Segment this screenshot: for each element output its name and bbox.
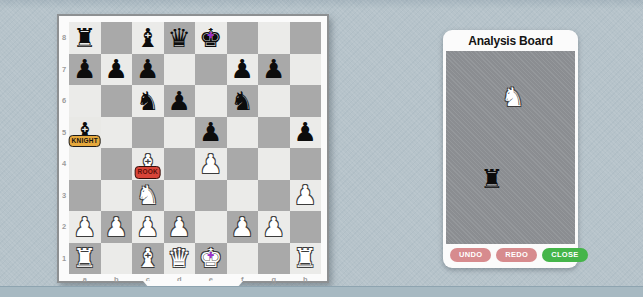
- white-pawn-h3[interactable]: ♟: [294, 182, 317, 208]
- close-button[interactable]: CLOSE: [542, 248, 587, 262]
- square-g4[interactable]: [258, 148, 290, 180]
- square-b3[interactable]: [101, 180, 133, 212]
- rank-label-8: 8: [59, 22, 69, 54]
- analysis-panel-title: Analysis Board: [443, 30, 578, 51]
- piece-badge-knight: KNIGHT: [68, 135, 101, 148]
- square-f4[interactable]: [227, 148, 259, 180]
- black-pawn-d6[interactable]: ♟: [168, 88, 191, 114]
- square-g5[interactable]: [258, 117, 290, 149]
- square-c5[interactable]: [132, 117, 164, 149]
- square-e2[interactable]: [195, 211, 227, 243]
- black-pawn-e5[interactable]: ♟: [199, 119, 222, 145]
- analysis-board-area[interactable]: ♞♜: [446, 51, 575, 244]
- square-f7[interactable]: ♟: [227, 54, 259, 86]
- black-pawn-f7[interactable]: ♟: [231, 56, 254, 82]
- square-e3[interactable]: [195, 180, 227, 212]
- white-pawn-e4[interactable]: ♟: [199, 151, 222, 177]
- black-king-e8[interactable]: ♚: [199, 25, 222, 51]
- square-b5[interactable]: [101, 117, 133, 149]
- square-d7[interactable]: [164, 54, 196, 86]
- black-bishop-c8[interactable]: ♝: [136, 25, 159, 51]
- white-rook-h1[interactable]: ♜: [294, 245, 317, 271]
- square-e7[interactable]: [195, 54, 227, 86]
- square-g7[interactable]: ♟: [258, 54, 290, 86]
- square-a1[interactable]: ♜: [69, 243, 101, 275]
- square-a2[interactable]: ♟: [69, 211, 101, 243]
- square-d6[interactable]: ♟: [164, 85, 196, 117]
- piece-badge-rook: ROOK: [134, 166, 161, 179]
- square-a3[interactable]: [69, 180, 101, 212]
- file-label-b: b: [101, 274, 133, 284]
- square-c3[interactable]: ♞: [132, 180, 164, 212]
- white-king-e1[interactable]: ♚: [199, 245, 222, 271]
- square-f1[interactable]: [227, 243, 259, 275]
- white-pawn-d2[interactable]: ♟: [168, 214, 191, 240]
- square-b4[interactable]: [101, 148, 133, 180]
- square-c4[interactable]: ♝ROOK: [132, 148, 164, 180]
- black-rook-analysis[interactable]: ♜: [480, 166, 503, 192]
- black-queen-d8[interactable]: ♛: [168, 25, 191, 51]
- square-b1[interactable]: [101, 243, 133, 275]
- square-h8[interactable]: [290, 22, 322, 54]
- square-h5[interactable]: ♟: [290, 117, 322, 149]
- analysis-panel-footer: UNDO REDO CLOSE: [443, 244, 578, 265]
- white-queen-d1[interactable]: ♛: [168, 245, 191, 271]
- rank-label-1: 1: [59, 243, 69, 275]
- square-e4[interactable]: ♟: [195, 148, 227, 180]
- black-pawn-a7[interactable]: ♟: [73, 56, 96, 82]
- square-c7[interactable]: ♟: [132, 54, 164, 86]
- square-c1[interactable]: ♝: [132, 243, 164, 275]
- square-a6[interactable]: [69, 85, 101, 117]
- square-a4[interactable]: [69, 148, 101, 180]
- black-knight-f6[interactable]: ♞: [231, 88, 254, 114]
- square-d8[interactable]: ♛: [164, 22, 196, 54]
- square-e6[interactable]: [195, 85, 227, 117]
- white-pawn-b2[interactable]: ♟: [105, 214, 128, 240]
- square-h2[interactable]: [290, 211, 322, 243]
- square-c6[interactable]: ♞: [132, 85, 164, 117]
- black-pawn-g7[interactable]: ♟: [262, 56, 285, 82]
- square-h1[interactable]: ♜: [290, 243, 322, 275]
- square-b2[interactable]: ♟: [101, 211, 133, 243]
- square-d5[interactable]: [164, 117, 196, 149]
- rank-labels: 87654321: [59, 22, 69, 274]
- square-e8[interactable]: ♚✚: [195, 22, 227, 54]
- black-pawn-b7[interactable]: ♟: [105, 56, 128, 82]
- square-h3[interactable]: ♟: [290, 180, 322, 212]
- analysis-board-panel: Analysis Board ♞♜ UNDO REDO CLOSE: [443, 30, 578, 268]
- square-f3[interactable]: [227, 180, 259, 212]
- black-rook-a8[interactable]: ♜: [73, 25, 96, 51]
- square-d3[interactable]: [164, 180, 196, 212]
- chess-board-grid[interactable]: ♜♝♛♚✚♟♟♟♟♟♞♟♞♝KNIGHT♟♟♝ROOK♟♞♟♟♟♟♟♟♟♜♝♛♚…: [69, 22, 321, 274]
- white-rook-a1[interactable]: ♜: [73, 245, 96, 271]
- square-h6[interactable]: [290, 85, 322, 117]
- square-b7[interactable]: ♟: [101, 54, 133, 86]
- square-h7[interactable]: [290, 54, 322, 86]
- square-b8[interactable]: [101, 22, 133, 54]
- rank-label-6: 6: [59, 85, 69, 117]
- black-pawn-h5[interactable]: ♟: [294, 119, 317, 145]
- rank-label-4: 4: [59, 148, 69, 180]
- table-edge-band: [0, 286, 643, 297]
- square-g6[interactable]: [258, 85, 290, 117]
- white-pawn-a2[interactable]: ♟: [73, 214, 96, 240]
- white-knight-analysis[interactable]: ♞: [501, 84, 524, 110]
- square-f6[interactable]: ♞: [227, 85, 259, 117]
- black-pawn-c7[interactable]: ♟: [136, 56, 159, 82]
- white-pawn-c2[interactable]: ♟: [136, 214, 159, 240]
- file-label-g: g: [258, 274, 290, 284]
- square-c8[interactable]: ♝: [132, 22, 164, 54]
- file-label-h: h: [290, 274, 322, 284]
- square-d4[interactable]: [164, 148, 196, 180]
- square-h4[interactable]: [290, 148, 322, 180]
- rank-label-3: 3: [59, 180, 69, 212]
- square-a5[interactable]: ♝KNIGHT: [69, 117, 101, 149]
- square-e5[interactable]: ♟: [195, 117, 227, 149]
- white-knight-c3[interactable]: ♞: [136, 182, 159, 208]
- white-pawn-f2[interactable]: ♟: [231, 214, 254, 240]
- square-a8[interactable]: ♜: [69, 22, 101, 54]
- square-d2[interactable]: ♟: [164, 211, 196, 243]
- square-g8[interactable]: [258, 22, 290, 54]
- square-f2[interactable]: ♟: [227, 211, 259, 243]
- file-label-a: a: [69, 274, 101, 284]
- app-background: 87654321 ♜♝♛♚✚♟♟♟♟♟♞♟♞♝KNIGHT♟♟♝ROOK♟♞♟♟…: [0, 0, 643, 297]
- square-f8[interactable]: [227, 22, 259, 54]
- rank-label-2: 2: [59, 211, 69, 243]
- square-b6[interactable]: [101, 85, 133, 117]
- square-c2[interactable]: ♟: [132, 211, 164, 243]
- chess-board-panel: 87654321 ♜♝♛♚✚♟♟♟♟♟♞♟♞♝KNIGHT♟♟♝ROOK♟♞♟♟…: [57, 14, 329, 283]
- square-g1[interactable]: [258, 243, 290, 275]
- square-g3[interactable]: [258, 180, 290, 212]
- square-d1[interactable]: ♛: [164, 243, 196, 275]
- square-a7[interactable]: ♟: [69, 54, 101, 86]
- redo-button[interactable]: REDO: [496, 248, 537, 262]
- white-bishop-c1[interactable]: ♝: [136, 245, 159, 271]
- square-g2[interactable]: ♟: [258, 211, 290, 243]
- rank-label-7: 7: [59, 54, 69, 86]
- white-pawn-g2[interactable]: ♟: [262, 214, 285, 240]
- black-knight-c6[interactable]: ♞: [136, 88, 159, 114]
- square-e1[interactable]: ♚✚: [195, 243, 227, 275]
- square-f5[interactable]: [227, 117, 259, 149]
- undo-button[interactable]: UNDO: [450, 248, 491, 262]
